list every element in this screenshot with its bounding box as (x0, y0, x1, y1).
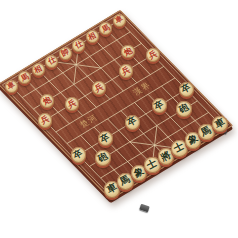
piece-character-馬: 馬 (19, 71, 30, 83)
piece-character-兵: 兵 (119, 64, 131, 78)
xiangqi-board: 楚河 漢界 (0, 10, 233, 201)
piece-black-soldier[interactable]: 卒 (98, 131, 113, 146)
piece-character-仕: 仕 (73, 39, 84, 51)
piece-red-advisor[interactable]: 仕 (45, 55, 58, 68)
piece-red-soldier[interactable]: 兵 (119, 64, 133, 78)
piece-black-cannon[interactable]: 砲 (95, 150, 111, 166)
piece-black-soldier[interactable]: 卒 (71, 147, 86, 162)
piece-red-general[interactable]: 帥 (59, 47, 72, 60)
piece-character-兵: 兵 (92, 81, 104, 95)
piece-character-車: 車 (213, 116, 228, 132)
piece-red-elephant[interactable]: 相 (86, 30, 99, 43)
piece-character-相: 相 (86, 30, 97, 42)
piece-character-馬: 馬 (100, 22, 111, 34)
piece-character-卒: 卒 (125, 114, 139, 130)
piece-character-車: 車 (5, 80, 16, 92)
piece-red-soldier[interactable]: 兵 (146, 48, 160, 62)
piece-character-兵: 兵 (65, 97, 77, 111)
piece-black-chariot[interactable]: 車 (212, 116, 229, 133)
piece-character-仕: 仕 (46, 55, 57, 67)
piece-character-帥: 帥 (59, 47, 70, 59)
piece-black-cannon[interactable]: 砲 (176, 101, 192, 117)
piece-character-炮: 炮 (41, 94, 53, 107)
piece-red-cannon[interactable]: 炮 (121, 45, 135, 59)
piece-red-soldier[interactable]: 兵 (38, 113, 52, 127)
piece-character-炮: 炮 (122, 45, 134, 58)
piece-character-相: 相 (32, 63, 43, 75)
piece-character-卒: 卒 (71, 147, 85, 163)
piece-red-soldier[interactable]: 兵 (65, 97, 79, 111)
piece-red-elephant[interactable]: 相 (32, 63, 45, 76)
piece-character-砲: 砲 (96, 150, 110, 166)
piece-black-soldier[interactable]: 卒 (179, 82, 194, 97)
piece-character-卒: 卒 (152, 98, 166, 114)
piece-red-soldier[interactable]: 兵 (92, 81, 106, 95)
piece-red-chariot[interactable]: 車 (5, 80, 18, 93)
piece-character-卒: 卒 (179, 81, 193, 97)
piece-character-砲: 砲 (177, 101, 191, 117)
piece-red-cannon[interactable]: 炮 (40, 94, 54, 108)
board-stack: 楚河 漢界 (0, 0, 238, 238)
piece-character-兵: 兵 (146, 48, 158, 62)
piece-character-卒: 卒 (98, 130, 112, 146)
piece-red-advisor[interactable]: 仕 (72, 39, 85, 52)
product-photo-scene: 楚河 漢界 車馬相仕帥仕相馬車炮炮兵兵兵兵兵卒卒卒卒卒砲砲車馬象士將士象馬車 (0, 0, 238, 238)
piece-red-chariot[interactable]: 車 (113, 14, 126, 27)
piece-character-兵: 兵 (38, 113, 50, 127)
piece-character-車: 車 (113, 14, 124, 26)
board-grid-lines (0, 10, 233, 201)
piece-black-soldier[interactable]: 卒 (125, 115, 140, 130)
piece-red-horse[interactable]: 馬 (99, 22, 112, 35)
